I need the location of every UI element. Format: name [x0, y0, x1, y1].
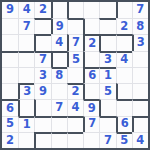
given-digit: 2: [88, 38, 96, 50]
cell-r6c4[interactable]: [51, 83, 67, 99]
sudoku-board: 942779284723753438613925674951762754: [0, 0, 150, 150]
cell-r5c2[interactable]: [18, 67, 34, 83]
given-digit: 2: [39, 4, 47, 16]
given-digit: 9: [39, 86, 47, 98]
cell-r3c5[interactable]: 7: [67, 34, 83, 50]
cell-r6c2[interactable]: 3: [18, 83, 34, 99]
cell-r2c2[interactable]: 7: [18, 18, 34, 34]
given-digit: 2: [6, 135, 14, 147]
cell-r9c7[interactable]: 7: [99, 132, 115, 148]
cell-r3c8[interactable]: [116, 34, 132, 50]
given-digit: 3: [104, 54, 112, 66]
given-digit: 6: [121, 118, 129, 130]
given-digit: 9: [56, 21, 64, 33]
cell-r3c2[interactable]: [18, 34, 34, 50]
cell-r1c1[interactable]: 9: [2, 2, 18, 18]
given-digit: 5: [72, 54, 80, 66]
cell-r4c1[interactable]: [2, 51, 18, 67]
cell-r1c7[interactable]: [99, 2, 115, 18]
cell-r4c7[interactable]: 3: [99, 51, 115, 67]
cell-r7c4[interactable]: 7: [51, 99, 67, 115]
cell-r4c9[interactable]: [132, 51, 148, 67]
cell-r2c7[interactable]: [99, 18, 115, 34]
cell-r5c6[interactable]: 6: [83, 67, 99, 83]
given-digit: 7: [104, 135, 112, 147]
cell-r8c7[interactable]: [99, 116, 115, 132]
cell-r4c5[interactable]: 5: [67, 51, 83, 67]
cell-r4c3[interactable]: 7: [34, 51, 50, 67]
cell-r5c1[interactable]: [2, 67, 18, 83]
given-digit: 5: [120, 135, 128, 147]
cell-r5c5[interactable]: [67, 67, 83, 83]
cell-r7c7[interactable]: [99, 99, 115, 115]
cell-r5c4[interactable]: 8: [51, 67, 67, 83]
cell-r5c7[interactable]: 1: [99, 67, 115, 83]
given-digit: 5: [104, 86, 112, 98]
given-digit: 4: [23, 4, 31, 16]
cell-r2c3[interactable]: [34, 18, 50, 34]
cell-r7c1[interactable]: 6: [2, 99, 18, 115]
cell-r2c8[interactable]: 2: [116, 18, 132, 34]
cell-r3c1[interactable]: [2, 34, 18, 50]
cell-r7c3[interactable]: [34, 99, 50, 115]
given-digit: 6: [6, 103, 14, 115]
given-digit: 4: [71, 102, 79, 114]
given-digit: 4: [120, 54, 128, 66]
given-digit: 7: [88, 118, 96, 130]
cell-r6c8[interactable]: [116, 83, 132, 99]
jigsaw-sudoku-puzzle: 942779284723753438613925674951762754: [0, 0, 150, 150]
cell-r7c2[interactable]: [18, 99, 34, 115]
given-digit: 1: [23, 119, 31, 131]
cell-r8c9[interactable]: [132, 116, 148, 132]
given-digit: 7: [55, 102, 63, 114]
cell-r9c4[interactable]: [51, 132, 67, 148]
cell-r6c3[interactable]: 9: [34, 83, 50, 99]
cell-r4c2[interactable]: [18, 51, 34, 67]
given-digit: 6: [88, 70, 96, 82]
cell-r3c4[interactable]: 4: [51, 34, 67, 50]
cell-r1c3[interactable]: 2: [34, 2, 50, 18]
cell-r1c9[interactable]: 7: [132, 2, 148, 18]
cell-r8c6[interactable]: 7: [83, 116, 99, 132]
cell-r1c5[interactable]: [67, 2, 83, 18]
cell-r3c9[interactable]: 3: [132, 34, 148, 50]
cell-r7c9[interactable]: [132, 99, 148, 115]
cell-r2c4[interactable]: 9: [51, 18, 67, 34]
cell-r5c3[interactable]: 3: [34, 67, 50, 83]
cell-r9c8[interactable]: 5: [116, 132, 132, 148]
cell-r4c4[interactable]: [51, 51, 67, 67]
given-digit: 5: [6, 118, 14, 130]
cell-r1c2[interactable]: 4: [18, 2, 34, 18]
cell-r7c5[interactable]: 4: [67, 99, 83, 115]
cell-r1c6[interactable]: [83, 2, 99, 18]
given-digit: 7: [136, 4, 144, 16]
cell-r8c3[interactable]: [34, 116, 50, 132]
cell-r8c5[interactable]: [67, 116, 83, 132]
cell-r5c9[interactable]: [132, 67, 148, 83]
cell-r2c6[interactable]: [83, 18, 99, 34]
cell-r5c8[interactable]: [116, 67, 132, 83]
cell-r8c4[interactable]: [51, 116, 67, 132]
cell-r4c8[interactable]: 4: [116, 51, 132, 67]
cell-r6c5[interactable]: 2: [67, 83, 83, 99]
cell-r6c9[interactable]: [132, 83, 148, 99]
cell-r2c5[interactable]: [67, 18, 83, 34]
cell-r8c2[interactable]: 1: [18, 116, 34, 132]
cell-r9c6[interactable]: [83, 132, 99, 148]
cell-r8c1[interactable]: 5: [2, 116, 18, 132]
given-digit: 7: [23, 21, 31, 33]
cell-r6c1[interactable]: [2, 83, 18, 99]
cell-r9c1[interactable]: 2: [2, 132, 18, 148]
given-digit: 3: [23, 86, 31, 98]
given-digit: 7: [72, 37, 80, 49]
given-digit: 1: [104, 70, 112, 82]
given-digit: 4: [55, 37, 63, 49]
cell-r6c6[interactable]: [83, 83, 99, 99]
cell-r2c1[interactable]: [2, 18, 18, 34]
cell-r3c3[interactable]: [34, 34, 50, 50]
given-digit: 7: [39, 54, 47, 66]
given-digit: 2: [120, 21, 128, 33]
given-digit: 9: [6, 4, 14, 16]
given-digit: 8: [136, 21, 144, 33]
cell-r3c6[interactable]: 2: [83, 34, 99, 50]
cell-r2c9[interactable]: 8: [132, 18, 148, 34]
given-digit: 2: [71, 86, 79, 98]
cell-r9c3[interactable]: [34, 132, 50, 148]
cell-r9c2[interactable]: [18, 132, 34, 148]
given-digit: 4: [136, 135, 144, 147]
cell-r3c7[interactable]: [99, 34, 115, 50]
cell-r7c8[interactable]: [116, 99, 132, 115]
cell-r9c9[interactable]: 4: [132, 132, 148, 148]
cell-r8c8[interactable]: 6: [116, 116, 132, 132]
cell-r4c6[interactable]: [83, 51, 99, 67]
given-digit: 9: [88, 103, 96, 115]
cell-r1c8[interactable]: [116, 2, 132, 18]
given-digit: 3: [39, 70, 47, 82]
cell-r1c4[interactable]: [51, 2, 67, 18]
cell-r9c5[interactable]: [67, 132, 83, 148]
cell-r6c7[interactable]: 5: [99, 83, 115, 99]
cell-r7c6[interactable]: 9: [83, 99, 99, 115]
given-digit: 8: [55, 70, 63, 82]
given-digit: 3: [137, 37, 145, 49]
